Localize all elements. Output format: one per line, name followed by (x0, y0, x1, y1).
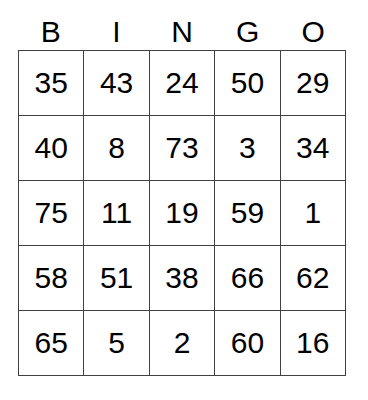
bingo-cell-r4c3[interactable]: 38 (150, 246, 214, 310)
bingo-header-row: BINGO (18, 14, 346, 50)
bingo-cell-r1c4[interactable]: 50 (215, 51, 279, 115)
bingo-cell-r4c5[interactable]: 62 (281, 246, 345, 310)
bingo-card: BINGO 3543245029408733347511195915851386… (18, 14, 346, 376)
column-letter-G: G (236, 14, 259, 50)
bingo-cell-r4c2[interactable]: 51 (84, 246, 148, 310)
bingo-cell-r3c4[interactable]: 59 (215, 181, 279, 245)
bingo-cell-r5c1[interactable]: 65 (19, 311, 83, 375)
bingo-board: 3543245029408733347511195915851386662655… (18, 50, 346, 376)
bingo-cell-r1c3[interactable]: 24 (150, 51, 214, 115)
column-letter-B: B (41, 14, 61, 50)
bingo-cell-r3c3[interactable]: 19 (150, 181, 214, 245)
bingo-cell-r5c5[interactable]: 16 (281, 311, 345, 375)
bingo-cell-r3c5[interactable]: 1 (281, 181, 345, 245)
bingo-cell-r5c4[interactable]: 60 (215, 311, 279, 375)
bingo-cell-r2c2[interactable]: 8 (84, 116, 148, 180)
bingo-cell-r1c5[interactable]: 29 (281, 51, 345, 115)
bingo-cell-r2c4[interactable]: 3 (215, 116, 279, 180)
column-letter-I: I (112, 14, 120, 50)
bingo-cell-r2c3[interactable]: 73 (150, 116, 214, 180)
bingo-cell-r1c2[interactable]: 43 (84, 51, 148, 115)
bingo-cell-r2c1[interactable]: 40 (19, 116, 83, 180)
bingo-cell-r2c5[interactable]: 34 (281, 116, 345, 180)
bingo-cell-r3c1[interactable]: 75 (19, 181, 83, 245)
bingo-cell-r3c2[interactable]: 11 (84, 181, 148, 245)
bingo-cell-r5c3[interactable]: 2 (150, 311, 214, 375)
column-letter-O: O (302, 14, 325, 50)
bingo-cell-r4c4[interactable]: 66 (215, 246, 279, 310)
bingo-cell-r4c1[interactable]: 58 (19, 246, 83, 310)
bingo-cell-r1c1[interactable]: 35 (19, 51, 83, 115)
bingo-cell-r5c2[interactable]: 5 (84, 311, 148, 375)
column-letter-N: N (171, 14, 193, 50)
